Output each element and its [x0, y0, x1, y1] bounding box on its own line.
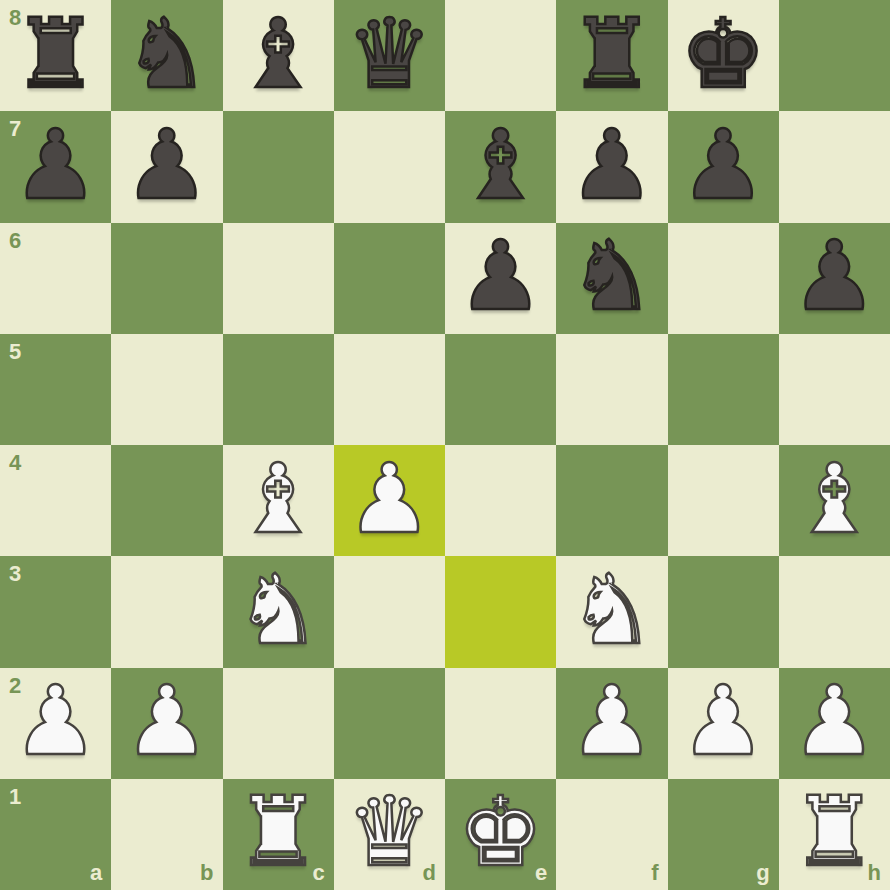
file-label-c: c — [313, 860, 325, 886]
square-g8[interactable]: ♚ — [668, 0, 779, 111]
square-g5[interactable] — [668, 334, 779, 445]
black-pawn[interactable]: ♟ — [680, 117, 766, 213]
square-d1[interactable]: ♛d — [334, 779, 445, 890]
square-b8[interactable]: ♞ — [111, 0, 222, 111]
white-pawn[interactable]: ♟ — [680, 673, 766, 769]
square-h8[interactable] — [779, 0, 890, 111]
square-g4[interactable] — [668, 445, 779, 556]
white-bishop[interactable]: ♝ — [235, 451, 321, 547]
white-rook[interactable]: ♜ — [791, 784, 877, 880]
black-rook[interactable]: ♜ — [13, 6, 99, 102]
square-h3[interactable] — [779, 556, 890, 667]
square-a1[interactable]: 1a — [0, 779, 111, 890]
square-e1[interactable]: ♚e — [445, 779, 556, 890]
square-f8[interactable]: ♜ — [556, 0, 667, 111]
file-label-e: e — [535, 860, 547, 886]
black-bishop[interactable]: ♝ — [458, 117, 544, 213]
square-c3[interactable]: ♞ — [223, 556, 334, 667]
black-pawn[interactable]: ♟ — [791, 228, 877, 324]
white-pawn[interactable]: ♟ — [13, 673, 99, 769]
square-d4[interactable]: ♟ — [334, 445, 445, 556]
square-f2[interactable]: ♟ — [556, 668, 667, 779]
square-e5[interactable] — [445, 334, 556, 445]
rank-label-7: 7 — [9, 116, 21, 142]
white-pawn[interactable]: ♟ — [346, 451, 432, 547]
file-label-g: g — [756, 860, 769, 886]
square-e6[interactable]: ♟ — [445, 223, 556, 334]
white-king[interactable]: ♚ — [458, 784, 544, 880]
square-g2[interactable]: ♟ — [668, 668, 779, 779]
chess-board: ♜8♞♝♛♜♚♟7♟♝♟♟6♟♞♟54♝♟♝3♞♞♟2♟♟♟♟1ab♜c♛d♚e… — [0, 0, 890, 890]
black-pawn[interactable]: ♟ — [13, 117, 99, 213]
file-label-a: a — [90, 860, 102, 886]
square-c7[interactable] — [223, 111, 334, 222]
square-d5[interactable] — [334, 334, 445, 445]
file-label-f: f — [651, 860, 658, 886]
square-b7[interactable]: ♟ — [111, 111, 222, 222]
square-h1[interactable]: ♜h — [779, 779, 890, 890]
square-b3[interactable] — [111, 556, 222, 667]
white-knight[interactable]: ♞ — [235, 562, 321, 658]
white-pawn[interactable]: ♟ — [791, 673, 877, 769]
square-d3[interactable] — [334, 556, 445, 667]
rank-label-1: 1 — [9, 784, 21, 810]
square-e3[interactable] — [445, 556, 556, 667]
square-a6[interactable]: 6 — [0, 223, 111, 334]
square-a5[interactable]: 5 — [0, 334, 111, 445]
black-bishop[interactable]: ♝ — [235, 6, 321, 102]
square-f6[interactable]: ♞ — [556, 223, 667, 334]
square-f4[interactable] — [556, 445, 667, 556]
black-pawn[interactable]: ♟ — [458, 228, 544, 324]
square-a4[interactable]: 4 — [0, 445, 111, 556]
square-e7[interactable]: ♝ — [445, 111, 556, 222]
square-c8[interactable]: ♝ — [223, 0, 334, 111]
black-pawn[interactable]: ♟ — [569, 117, 655, 213]
square-e2[interactable] — [445, 668, 556, 779]
square-h4[interactable]: ♝ — [779, 445, 890, 556]
black-pawn[interactable]: ♟ — [124, 117, 210, 213]
square-c6[interactable] — [223, 223, 334, 334]
black-rook[interactable]: ♜ — [569, 6, 655, 102]
white-pawn[interactable]: ♟ — [569, 673, 655, 769]
white-rook[interactable]: ♜ — [235, 784, 321, 880]
square-f3[interactable]: ♞ — [556, 556, 667, 667]
square-g6[interactable] — [668, 223, 779, 334]
rank-label-6: 6 — [9, 228, 21, 254]
square-g3[interactable] — [668, 556, 779, 667]
square-e8[interactable] — [445, 0, 556, 111]
rank-label-5: 5 — [9, 339, 21, 365]
square-e4[interactable] — [445, 445, 556, 556]
white-bishop[interactable]: ♝ — [791, 451, 877, 547]
square-h5[interactable] — [779, 334, 890, 445]
square-d7[interactable] — [334, 111, 445, 222]
rank-label-4: 4 — [9, 450, 21, 476]
black-knight[interactable]: ♞ — [124, 6, 210, 102]
rank-label-8: 8 — [9, 5, 21, 31]
square-b1[interactable]: b — [111, 779, 222, 890]
square-a7[interactable]: ♟7 — [0, 111, 111, 222]
square-f7[interactable]: ♟ — [556, 111, 667, 222]
square-h7[interactable] — [779, 111, 890, 222]
square-d2[interactable] — [334, 668, 445, 779]
square-g1[interactable]: g — [668, 779, 779, 890]
square-d8[interactable]: ♛ — [334, 0, 445, 111]
file-label-h: h — [868, 860, 881, 886]
rank-label-2: 2 — [9, 673, 21, 699]
square-c5[interactable] — [223, 334, 334, 445]
square-c4[interactable]: ♝ — [223, 445, 334, 556]
white-knight[interactable]: ♞ — [569, 562, 655, 658]
square-b5[interactable] — [111, 334, 222, 445]
file-label-b: b — [200, 860, 213, 886]
square-h2[interactable]: ♟ — [779, 668, 890, 779]
square-c1[interactable]: ♜c — [223, 779, 334, 890]
square-b2[interactable]: ♟ — [111, 668, 222, 779]
square-f1[interactable]: f — [556, 779, 667, 890]
white-queen[interactable]: ♛ — [346, 784, 432, 880]
black-queen[interactable]: ♛ — [346, 6, 432, 102]
square-g7[interactable]: ♟ — [668, 111, 779, 222]
square-c2[interactable] — [223, 668, 334, 779]
rank-label-3: 3 — [9, 561, 21, 587]
white-pawn[interactable]: ♟ — [124, 673, 210, 769]
square-b4[interactable] — [111, 445, 222, 556]
square-a3[interactable]: 3 — [0, 556, 111, 667]
black-king[interactable]: ♚ — [680, 6, 766, 102]
black-knight[interactable]: ♞ — [569, 228, 655, 324]
file-label-d: d — [423, 860, 436, 886]
square-a2[interactable]: ♟2 — [0, 668, 111, 779]
square-f5[interactable] — [556, 334, 667, 445]
square-a8[interactable]: ♜8 — [0, 0, 111, 111]
square-d6[interactable] — [334, 223, 445, 334]
square-h6[interactable]: ♟ — [779, 223, 890, 334]
square-b6[interactable] — [111, 223, 222, 334]
